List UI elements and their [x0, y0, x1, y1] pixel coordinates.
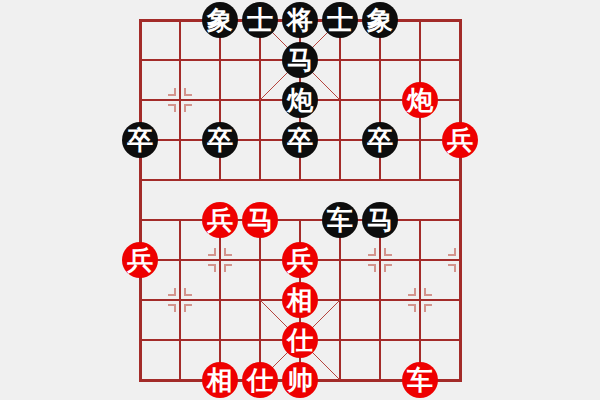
piece-red-cannon[interactable]: 炮 — [402, 82, 438, 118]
piece-black-cannon[interactable]: 炮 — [282, 82, 318, 118]
piece-red-chariot[interactable]: 车 — [402, 362, 438, 398]
piece-red-advisor[interactable]: 仕 — [242, 362, 278, 398]
piece-black-horse[interactable]: 马 — [282, 42, 318, 78]
piece-red-pawn[interactable]: 兵 — [282, 242, 318, 278]
piece-red-horse[interactable]: 马 — [242, 202, 278, 238]
piece-black-pawn[interactable]: 卒 — [282, 122, 318, 158]
piece-black-advisor[interactable]: 士 — [242, 2, 278, 38]
piece-black-elephant[interactable]: 象 — [202, 2, 238, 38]
piece-black-general[interactable]: 将 — [282, 2, 318, 38]
piece-red-elephant[interactable]: 相 — [282, 282, 318, 318]
piece-red-pawn[interactable]: 兵 — [202, 202, 238, 238]
xiangqi-app: 象士将士象马炮炮卒卒卒卒兵兵马车马兵兵相仕相仕帅车 — [0, 0, 600, 400]
piece-black-horse[interactable]: 马 — [362, 202, 398, 238]
piece-black-pawn[interactable]: 卒 — [202, 122, 238, 158]
piece-red-pawn[interactable]: 兵 — [122, 242, 158, 278]
piece-black-pawn[interactable]: 卒 — [362, 122, 398, 158]
piece-red-advisor[interactable]: 仕 — [282, 322, 318, 358]
piece-black-advisor[interactable]: 士 — [322, 2, 358, 38]
piece-red-pawn[interactable]: 兵 — [442, 122, 478, 158]
piece-black-pawn[interactable]: 卒 — [122, 122, 158, 158]
piece-red-elephant[interactable]: 相 — [202, 362, 238, 398]
xiangqi-pieces-layer: 象士将士象马炮炮卒卒卒卒兵兵马车马兵兵相仕相仕帅车 — [120, 0, 480, 400]
piece-black-elephant[interactable]: 象 — [362, 2, 398, 38]
piece-black-chariot[interactable]: 车 — [322, 202, 358, 238]
piece-red-general[interactable]: 帅 — [282, 362, 318, 398]
